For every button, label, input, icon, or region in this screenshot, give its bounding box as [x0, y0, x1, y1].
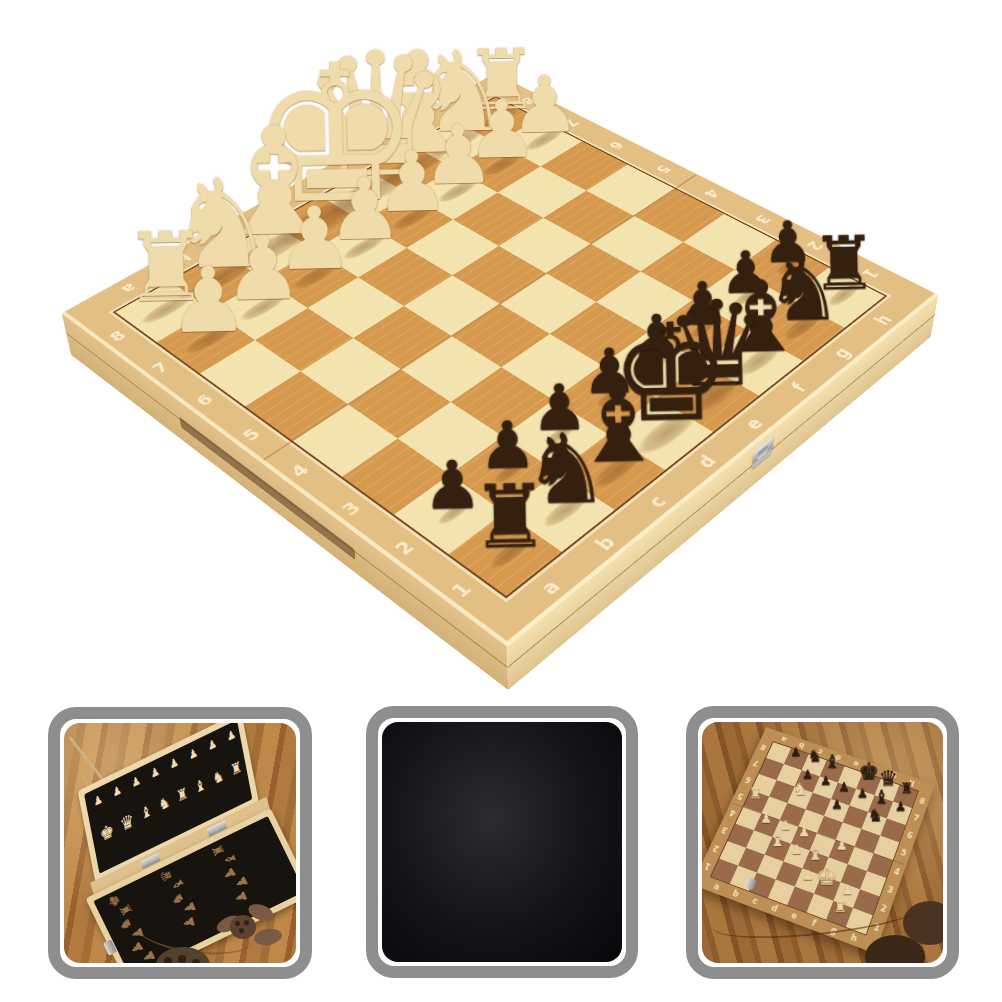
stored-light-pawn: ♟: [93, 793, 104, 809]
product-gallery-page: aa88bb77cc66dd55ee44ff33gg22hh11 ♜♞♝♚♛♝♞…: [0, 0, 1002, 1002]
thumbnail-board-top-view[interactable]: aa88bb77cc66dd55ee44ff33gg22hh11♟♞♝♚♛♜♟♟…: [686, 706, 959, 979]
stored-light-rook: ♜: [175, 785, 190, 808]
square-d4: [452, 304, 550, 367]
stored-light-pawn: ♟: [226, 728, 237, 744]
stored-light-pawn: ♟: [188, 746, 199, 762]
storage-box-photo: ♟♟♟♟♟♟♟♟♚♛♝♞♜♝♞♜ ♚♛♜♜♝♝♞♞♟♟♟♟♟♟♟♟: [64, 723, 296, 963]
square-c5: [353, 306, 451, 369]
square-a3: [342, 439, 450, 515]
hero-rotation-wrapper: aa88bb77cc66dd55ee44ff33gg22hh11 ♜♞♝♚♛♝♞…: [0, 0, 1002, 710]
stored-light-king: ♚: [98, 821, 115, 845]
stored-light-bishop: ♝: [193, 776, 208, 799]
square-b3: [398, 402, 503, 474]
square-a5: [245, 371, 348, 440]
square-a4: [293, 404, 398, 477]
stored-light-knight: ♞: [211, 767, 226, 790]
dried-lotus-pod: [156, 947, 216, 963]
stored-light-pawn: ♟: [150, 765, 161, 781]
stored-light-knight: ♞: [157, 793, 172, 816]
table-top-photo: aa88bb77cc66dd55ee44ff33gg22hh11♟♞♝♚♛♜♟♟…: [702, 722, 943, 963]
stored-light-pawn: ♟: [131, 774, 142, 790]
stored-light-queen: ♛: [119, 811, 136, 835]
square-e3: [550, 302, 648, 365]
square-b6: [255, 308, 353, 371]
square-a6: [200, 340, 300, 406]
stored-light-pawn: ♟: [169, 756, 180, 772]
square-d3: [501, 334, 601, 400]
stored-light-pawn: ♟: [112, 783, 123, 799]
chess-board-3d: aa88bb77cc66dd55ee44ff33gg22hh11 ♜♞♝♚♛♝♞…: [62, 73, 939, 646]
dark-backdrop-photo: aa88bb77cc66dd55ee44ff33gg22hh11 ♜♞♝♚♛♝♞…: [382, 722, 622, 962]
edge-highlight: [504, 293, 939, 646]
edge-highlight: [62, 311, 511, 646]
stored-light-rook: ♜: [229, 758, 244, 781]
clasp-hook: [757, 444, 769, 461]
square-c3: [451, 367, 554, 436]
dried-lotus-pod: [214, 899, 284, 959]
stored-light-pawn: ♟: [207, 737, 218, 753]
square-b4: [348, 369, 451, 438]
thumbnail-board-dark-backdrop[interactable]: aa88bb77cc66dd55ee44ff33gg22hh11 ♜♞♝♚♛♝♞…: [366, 706, 638, 978]
square-c4: [401, 336, 501, 402]
main-product-photo: aa88bb77cc66dd55ee44ff33gg22hh11 ♜♞♝♚♛♝♞…: [0, 0, 1002, 700]
square-b5: [300, 338, 400, 404]
stored-light-bishop: ♝: [139, 802, 154, 825]
thumbnail-storage-box[interactable]: ♟♟♟♟♟♟♟♟♚♛♝♞♜♝♞♜ ♚♛♜♜♝♝♞♞♟♟♟♟♟♟♟♟: [48, 707, 312, 979]
